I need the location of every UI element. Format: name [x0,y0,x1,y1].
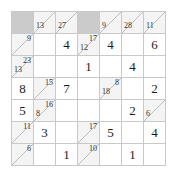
answer-cell-filled-r6c7[interactable]: 4 [144,122,166,144]
answer-cell-filled-r5c1[interactable]: 5 [12,100,34,122]
cell-value: 6 [144,34,165,55]
down-clue-number: 13 [14,66,22,74]
answer-cell-empty-r4c4[interactable] [78,78,100,100]
cell-value: 2 [144,78,165,99]
clue-cell-r4c5: 818 [100,78,122,100]
down-clue-number: 12 [80,44,88,52]
cell-value: 2 [122,100,143,121]
answer-cell-filled-r3c4[interactable]: 1 [78,56,100,78]
clue-cell-r5c7: 6 [144,100,166,122]
clue-cell-r7c1: 6 [12,144,34,166]
answer-cell-empty-r3c5[interactable] [100,56,122,78]
answer-cell-empty-r2c6[interactable] [122,34,144,56]
answer-cell-empty-r4c6[interactable] [122,78,144,100]
answer-cell-filled-r2c7[interactable]: 6 [144,34,166,56]
answer-cell-filled-r2c5[interactable]: 4 [100,34,122,56]
across-clue-number: 9 [27,35,31,43]
clue-cell-r1c7: 11 [144,12,166,34]
down-clue-number: 8 [36,110,40,118]
down-clue-number: 27 [58,22,66,30]
answer-cell-filled-r4c7[interactable]: 2 [144,78,166,100]
cell-value: 1 [78,56,99,77]
clue-cell-r3c1: 2313 [12,56,34,78]
down-clue-number: 6 [146,110,150,118]
cell-value: 7 [56,78,77,99]
cell-value: 8 [12,78,33,99]
cell-value: 4 [56,34,77,55]
across-clue-number: 11 [23,123,31,131]
answer-cell-empty-r6c6[interactable] [122,122,144,144]
across-clue-number: 17 [89,35,97,43]
clue-cell-r7c4: 10 [78,144,100,166]
answer-cell-empty-r5c3[interactable] [56,100,78,122]
down-clue-number: 18 [102,88,110,96]
cell-value: 5 [100,122,121,143]
answer-cell-filled-r6c5[interactable]: 5 [100,122,122,144]
answer-cell-empty-r7c2[interactable] [34,144,56,166]
across-clue-number: 8 [115,79,119,87]
answer-cell-empty-r7c5[interactable] [100,144,122,166]
down-clue-number: 13 [36,22,44,30]
across-clue-number: 6 [27,145,31,153]
clue-cell-r5c2: 168 [34,100,56,122]
across-clue-number: 16 [45,101,53,109]
clue-cell-r6c1: 11 [12,122,34,144]
cell-value: 4 [122,56,143,77]
block-cell-r1c4 [78,12,100,34]
down-clue-number: 9 [102,22,106,30]
block-cell-r1c1 [12,12,34,34]
cell-value: 4 [144,122,165,143]
answer-cell-filled-r7c6[interactable]: 1 [122,144,144,166]
cell-value: 4 [100,34,121,55]
down-clue-number: 11 [146,22,154,30]
answer-cell-empty-r3c7[interactable] [144,56,166,78]
down-clue-number: 28 [124,22,132,30]
clue-cell-r2c4: 1712 [78,34,100,56]
clue-cell-r6c4: 17 [78,122,100,144]
clue-cell-r2c1: 9 [12,34,34,56]
answer-cell-empty-r5c5[interactable] [100,100,122,122]
answer-cell-filled-r4c1[interactable]: 8 [12,78,34,100]
answer-cell-filled-r5c6[interactable]: 2 [122,100,144,122]
clue-cell-r4c2: 15 [34,78,56,100]
answer-cell-filled-r4c3[interactable]: 7 [56,78,78,100]
answer-cell-empty-r3c3[interactable] [56,56,78,78]
answer-cell-empty-r5c4[interactable] [78,100,100,122]
across-clue-number: 15 [45,79,53,87]
clue-cell-r1c2: 13 [34,12,56,34]
across-clue-number: 10 [89,145,97,153]
answer-cell-empty-r6c3[interactable] [56,122,78,144]
clue-cell-r1c6: 28 [122,12,144,34]
answer-cell-empty-r3c2[interactable] [34,56,56,78]
cell-value: 1 [56,144,77,165]
clue-cell-r1c5: 9 [100,12,122,34]
kakuro-board: 1327928119417124623131481578182516826113… [11,11,166,166]
clue-cell-r1c3: 27 [56,12,78,34]
across-clue-number: 17 [89,123,97,131]
answer-cell-empty-r2c2[interactable] [34,34,56,56]
answer-cell-filled-r2c3[interactable]: 4 [56,34,78,56]
answer-cell-filled-r6c2[interactable]: 3 [34,122,56,144]
cell-value: 1 [122,144,143,165]
answer-cell-filled-r3c6[interactable]: 4 [122,56,144,78]
across-clue-number: 23 [23,57,31,65]
cell-value: 3 [34,122,55,143]
cell-value: 5 [12,100,33,121]
answer-cell-empty-r7c7[interactable] [144,144,166,166]
answer-cell-filled-r7c3[interactable]: 1 [56,144,78,166]
